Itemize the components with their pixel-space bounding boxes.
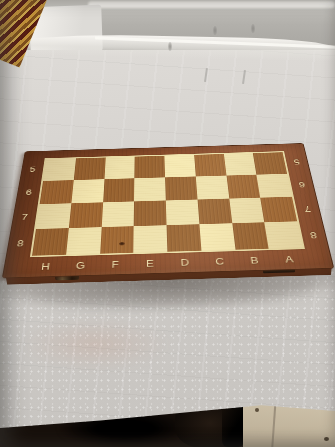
square-A7 [260, 197, 297, 223]
square-F6 [103, 178, 135, 202]
square-C6 [196, 176, 229, 200]
square-B5 [223, 153, 256, 175]
rank-label-right-5: 5 [293, 158, 301, 166]
photo-scene: 5678 5678 HGFEDCBA [0, 0, 335, 447]
square-E8 [134, 225, 168, 253]
square-H6 [40, 180, 74, 204]
file-label-A: A [284, 254, 294, 264]
file-label-G: G [75, 260, 86, 270]
file-label-E: E [146, 258, 154, 268]
square-F7 [101, 201, 134, 227]
square-E5 [135, 156, 166, 179]
rank-label-right-7: 7 [303, 204, 312, 213]
foam-dent [251, 24, 255, 33]
square-B8 [232, 222, 269, 249]
foam-dent [168, 42, 172, 51]
square-C5 [194, 154, 226, 176]
square-C7 [197, 199, 232, 225]
square-B7 [229, 198, 265, 224]
rank-label-right-6: 6 [298, 180, 306, 188]
square-C8 [199, 223, 235, 250]
foam-edge-highlight [88, 1, 335, 8]
board-frame: 5678 5678 HGFEDCBA [2, 143, 334, 278]
square-B6 [226, 175, 260, 199]
square-E6 [134, 177, 166, 201]
file-label-D: D [180, 257, 190, 267]
square-D6 [165, 176, 197, 200]
square-A5 [253, 152, 287, 174]
foam-dent [213, 26, 217, 35]
square-A8 [264, 221, 302, 248]
square-G6 [71, 179, 104, 203]
square-E7 [134, 200, 167, 226]
board-grid [32, 152, 303, 255]
square-H8 [32, 228, 69, 256]
square-F8 [100, 226, 134, 254]
file-label-B: B [250, 255, 260, 265]
rank-label-right-8: 8 [309, 230, 318, 240]
rank-label-left-5: 5 [29, 166, 36, 174]
square-G5 [74, 157, 106, 180]
square-D5 [164, 155, 195, 178]
square-G8 [66, 227, 101, 255]
tile-speck [324, 437, 329, 441]
rank-label-left-7: 7 [21, 213, 29, 222]
file-label-C: C [215, 256, 225, 266]
chess-board-box: 5678 5678 HGFEDCBA [2, 143, 332, 277]
square-D8 [167, 224, 202, 251]
tile-speck [255, 408, 259, 412]
square-F5 [104, 157, 135, 180]
square-H7 [36, 203, 71, 229]
file-label-H: H [41, 261, 51, 271]
square-H5 [43, 158, 76, 181]
rank-label-left-6: 6 [25, 188, 33, 197]
wood-reflection-on-foam [20, 318, 170, 370]
square-G7 [69, 202, 103, 228]
rank-label-left-8: 8 [16, 239, 24, 249]
square-D7 [166, 200, 199, 226]
square-A6 [257, 174, 292, 198]
file-label-F: F [111, 259, 119, 269]
